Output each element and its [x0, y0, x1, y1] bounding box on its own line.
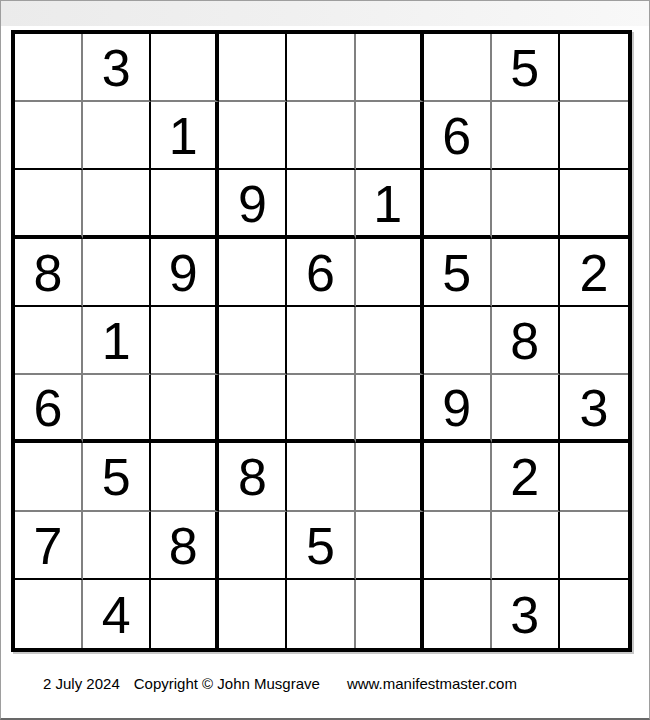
- cell-r5c8[interactable]: 8: [492, 307, 560, 375]
- cell-r7c5[interactable]: [287, 443, 355, 511]
- cell-r9c2[interactable]: 4: [83, 580, 151, 648]
- cell-r7c4[interactable]: 8: [219, 443, 287, 511]
- cell-r8c9[interactable]: [560, 512, 628, 580]
- cell-r1c7[interactable]: [424, 34, 492, 102]
- cell-r3c9[interactable]: [560, 170, 628, 238]
- cell-r9c6[interactable]: [356, 580, 424, 648]
- cell-r9c8[interactable]: 3: [492, 580, 560, 648]
- cell-r4c4[interactable]: [219, 239, 287, 307]
- cell-r9c1[interactable]: [15, 580, 83, 648]
- cell-r5c7[interactable]: [424, 307, 492, 375]
- cell-r1c4[interactable]: [219, 34, 287, 102]
- cell-r8c7[interactable]: [424, 512, 492, 580]
- cell-r3c2[interactable]: [83, 170, 151, 238]
- cell-r6c1[interactable]: 6: [15, 375, 83, 443]
- cell-r4c9[interactable]: 2: [560, 239, 628, 307]
- cell-r6c3[interactable]: [151, 375, 219, 443]
- cell-r9c4[interactable]: [219, 580, 287, 648]
- cell-r2c1[interactable]: [15, 102, 83, 170]
- cell-r2c6[interactable]: [356, 102, 424, 170]
- cell-r6c7[interactable]: 9: [424, 375, 492, 443]
- cell-r6c6[interactable]: [356, 375, 424, 443]
- cell-r4c3[interactable]: 9: [151, 239, 219, 307]
- cell-r5c1[interactable]: [15, 307, 83, 375]
- cell-r8c1[interactable]: 7: [15, 512, 83, 580]
- cell-r6c5[interactable]: [287, 375, 355, 443]
- cell-r5c6[interactable]: [356, 307, 424, 375]
- cell-r7c1[interactable]: [15, 443, 83, 511]
- cell-r8c8[interactable]: [492, 512, 560, 580]
- cell-r4c6[interactable]: [356, 239, 424, 307]
- cell-r2c3[interactable]: 1: [151, 102, 219, 170]
- cell-r7c7[interactable]: [424, 443, 492, 511]
- cell-r1c1[interactable]: [15, 34, 83, 102]
- cell-r1c8[interactable]: 5: [492, 34, 560, 102]
- cell-r6c9[interactable]: 3: [560, 375, 628, 443]
- footer-date: 2 July 2024: [43, 675, 120, 692]
- cell-r3c7[interactable]: [424, 170, 492, 238]
- cell-r1c9[interactable]: [560, 34, 628, 102]
- cell-r1c3[interactable]: [151, 34, 219, 102]
- cell-r5c2[interactable]: 1: [83, 307, 151, 375]
- cell-r3c4[interactable]: 9: [219, 170, 287, 238]
- cell-r9c3[interactable]: [151, 580, 219, 648]
- cell-r1c5[interactable]: [287, 34, 355, 102]
- cell-r3c8[interactable]: [492, 170, 560, 238]
- cell-r4c7[interactable]: 5: [424, 239, 492, 307]
- cell-r3c3[interactable]: [151, 170, 219, 238]
- cell-r9c7[interactable]: [424, 580, 492, 648]
- cell-r5c3[interactable]: [151, 307, 219, 375]
- cell-r5c5[interactable]: [287, 307, 355, 375]
- cell-r2c8[interactable]: [492, 102, 560, 170]
- cell-r6c8[interactable]: [492, 375, 560, 443]
- page: 351691896521869358278543 2 July 2024 Cop…: [0, 0, 650, 720]
- footer: 2 July 2024 Copyright © John Musgrave ww…: [43, 675, 517, 692]
- footer-website: www.manifestmaster.com: [347, 675, 517, 692]
- cell-r8c4[interactable]: [219, 512, 287, 580]
- cell-r8c3[interactable]: 8: [151, 512, 219, 580]
- cell-r6c2[interactable]: [83, 375, 151, 443]
- cell-r6c4[interactable]: [219, 375, 287, 443]
- cell-r3c1[interactable]: [15, 170, 83, 238]
- sudoku-board: 351691896521869358278543: [11, 30, 632, 652]
- cell-r4c8[interactable]: [492, 239, 560, 307]
- cell-r2c2[interactable]: [83, 102, 151, 170]
- cell-r2c7[interactable]: 6: [424, 102, 492, 170]
- cell-r3c6[interactable]: 1: [356, 170, 424, 238]
- cell-r7c2[interactable]: 5: [83, 443, 151, 511]
- cell-r9c9[interactable]: [560, 580, 628, 648]
- page-top-strip: [1, 1, 649, 26]
- cell-r4c1[interactable]: 8: [15, 239, 83, 307]
- cell-r3c5[interactable]: [287, 170, 355, 238]
- cell-r7c8[interactable]: 2: [492, 443, 560, 511]
- footer-copyright: Copyright © John Musgrave: [134, 675, 320, 692]
- cell-r2c5[interactable]: [287, 102, 355, 170]
- cell-r5c9[interactable]: [560, 307, 628, 375]
- cell-r1c2[interactable]: 3: [83, 34, 151, 102]
- cell-r7c6[interactable]: [356, 443, 424, 511]
- cell-r9c5[interactable]: [287, 580, 355, 648]
- cell-r1c6[interactable]: [356, 34, 424, 102]
- cell-r8c6[interactable]: [356, 512, 424, 580]
- cell-r8c5[interactable]: 5: [287, 512, 355, 580]
- cell-r8c2[interactable]: [83, 512, 151, 580]
- cell-r5c4[interactable]: [219, 307, 287, 375]
- cell-r4c5[interactable]: 6: [287, 239, 355, 307]
- cell-r7c9[interactable]: [560, 443, 628, 511]
- cell-r4c2[interactable]: [83, 239, 151, 307]
- cell-r2c9[interactable]: [560, 102, 628, 170]
- cell-r7c3[interactable]: [151, 443, 219, 511]
- cell-r2c4[interactable]: [219, 102, 287, 170]
